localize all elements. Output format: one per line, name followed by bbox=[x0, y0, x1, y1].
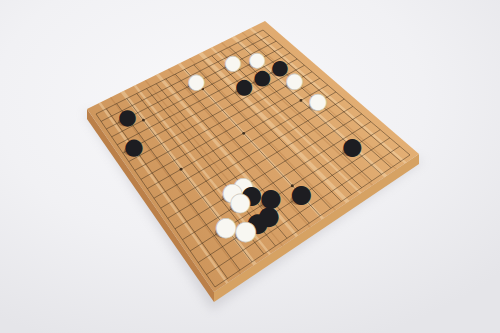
black-stone: ● bbox=[253, 65, 271, 89]
black-stone: ● bbox=[118, 104, 137, 129]
black-stone-glyph: ● bbox=[235, 74, 253, 98]
star-point bbox=[300, 99, 303, 102]
star-point bbox=[180, 168, 183, 171]
black-stone-glyph: ● bbox=[290, 179, 312, 208]
black-stone: ● bbox=[124, 133, 144, 159]
white-stone: ● bbox=[235, 215, 258, 245]
black-stone-glyph: ● bbox=[253, 65, 271, 89]
white-stone-glyph: ● bbox=[224, 50, 241, 74]
black-stone: ● bbox=[342, 132, 363, 160]
black-stone: ● bbox=[290, 179, 312, 208]
star-point bbox=[142, 119, 145, 122]
white-stone: ● bbox=[187, 69, 205, 93]
photo-scene: ●●●●●●●●●●●●●●●●●●●●● bbox=[0, 0, 500, 333]
white-stone-glyph: ● bbox=[235, 215, 258, 245]
white-stone: ● bbox=[285, 68, 303, 92]
star-point bbox=[242, 132, 245, 135]
black-stone: ● bbox=[235, 74, 253, 98]
black-stone-glyph: ● bbox=[342, 132, 363, 160]
black-stone-glyph: ● bbox=[118, 104, 137, 129]
black-stone-glyph: ● bbox=[124, 133, 144, 159]
go-board-photo: ●●●●●●●●●●●●●●●●●●●●● bbox=[0, 0, 500, 333]
white-stone: ● bbox=[224, 50, 242, 74]
white-stone-glyph: ● bbox=[309, 88, 328, 113]
white-stone-glyph: ● bbox=[286, 68, 304, 92]
white-stone-glyph: ● bbox=[188, 69, 206, 93]
white-stone: ● bbox=[308, 88, 327, 113]
